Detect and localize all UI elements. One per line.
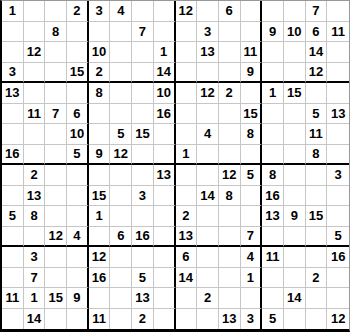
cell-r1c13[interactable]	[262, 1, 284, 22]
cell-r1c3[interactable]	[45, 1, 67, 22]
cell-r4c12[interactable]: 9	[241, 63, 263, 84]
cell-r2c11[interactable]	[219, 22, 241, 43]
cell-r13c5[interactable]: 12	[89, 247, 111, 268]
cell-r5c4[interactable]	[67, 83, 89, 104]
cell-r10c12[interactable]	[241, 186, 263, 207]
cell-r7c12[interactable]: 8	[241, 124, 263, 145]
cell-r11c5[interactable]: 1	[89, 206, 111, 227]
cell-r11c14[interactable]: 9	[284, 206, 306, 227]
cell-r6c1[interactable]	[2, 104, 24, 125]
cell-r8c7[interactable]	[132, 145, 154, 166]
cell-r1c9[interactable]: 12	[176, 1, 198, 22]
cell-r2c14[interactable]: 10	[284, 22, 306, 43]
cell-r16c5[interactable]: 11	[89, 309, 111, 330]
cell-r12c6[interactable]: 6	[110, 227, 132, 248]
cell-r4c10[interactable]	[197, 63, 219, 84]
cell-r13c15[interactable]	[306, 247, 328, 268]
cell-r16c6[interactable]	[110, 309, 132, 330]
cell-r9c12[interactable]: 5	[241, 165, 263, 186]
cell-r2c10[interactable]: 3	[197, 22, 219, 43]
cell-r14c14[interactable]	[284, 268, 306, 289]
cell-r13c13[interactable]: 11	[262, 247, 284, 268]
cell-r13c10[interactable]	[197, 247, 219, 268]
cell-r10c16[interactable]	[327, 186, 349, 207]
cell-r1c7[interactable]	[132, 1, 154, 22]
cell-r8c4[interactable]: 5	[67, 145, 89, 166]
cell-r10c8[interactable]	[154, 186, 176, 207]
cell-r4c16[interactable]	[327, 63, 349, 84]
cell-r14c11[interactable]	[219, 268, 241, 289]
cell-r8c3[interactable]	[45, 145, 67, 166]
cell-r10c10[interactable]: 14	[197, 186, 219, 207]
cell-r7c3[interactable]	[45, 124, 67, 145]
cell-r7c15[interactable]: 11	[306, 124, 328, 145]
cell-r15c11[interactable]	[219, 288, 241, 309]
cell-r13c4[interactable]	[67, 247, 89, 268]
cell-r3c6[interactable]	[110, 42, 132, 63]
cell-r1c4[interactable]: 2	[67, 1, 89, 22]
cell-r10c2[interactable]: 13	[24, 186, 46, 207]
cell-r11c1[interactable]: 5	[2, 206, 24, 227]
cell-r7c13[interactable]	[262, 124, 284, 145]
cell-r11c16[interactable]	[327, 206, 349, 227]
cell-r8c5[interactable]: 9	[89, 145, 111, 166]
cell-r11c3[interactable]	[45, 206, 67, 227]
cell-r9c10[interactable]	[197, 165, 219, 186]
cell-r12c5[interactable]	[89, 227, 111, 248]
cell-r2c15[interactable]: 6	[306, 22, 328, 43]
cell-r14c1[interactable]	[2, 268, 24, 289]
cell-r13c2[interactable]: 3	[24, 247, 46, 268]
cell-r7c11[interactable]	[219, 124, 241, 145]
cell-r14c4[interactable]	[67, 268, 89, 289]
cell-r16c14[interactable]	[284, 309, 306, 330]
cell-r7c4[interactable]: 10	[67, 124, 89, 145]
cell-r14c6[interactable]	[110, 268, 132, 289]
cell-r11c4[interactable]	[67, 206, 89, 227]
cell-r14c15[interactable]: 2	[306, 268, 328, 289]
cell-r1c12[interactable]	[241, 1, 263, 22]
cell-r2c8[interactable]	[154, 22, 176, 43]
cell-r2c2[interactable]	[24, 22, 46, 43]
cell-r16c10[interactable]	[197, 309, 219, 330]
cell-r10c4[interactable]	[67, 186, 89, 207]
cell-r9c15[interactable]	[306, 165, 328, 186]
cell-r1c10[interactable]	[197, 1, 219, 22]
cell-r6c2[interactable]: 11	[24, 104, 46, 125]
cell-r3c7[interactable]	[132, 42, 154, 63]
cell-r3c15[interactable]: 14	[306, 42, 328, 63]
cell-r16c15[interactable]	[306, 309, 328, 330]
cell-r5c7[interactable]	[132, 83, 154, 104]
cell-r10c5[interactable]: 15	[89, 186, 111, 207]
cell-r12c14[interactable]	[284, 227, 306, 248]
cell-r10c11[interactable]: 8	[219, 186, 241, 207]
cell-r3c14[interactable]	[284, 42, 306, 63]
cell-r5c10[interactable]: 12	[197, 83, 219, 104]
cell-r4c2[interactable]	[24, 63, 46, 84]
cell-r5c2[interactable]	[24, 83, 46, 104]
cell-r9c5[interactable]	[89, 165, 111, 186]
cell-r7c16[interactable]	[327, 124, 349, 145]
cell-r8c16[interactable]	[327, 145, 349, 166]
cell-r16c1[interactable]	[2, 309, 24, 330]
cell-r3c13[interactable]	[262, 42, 284, 63]
cell-r12c3[interactable]: 12	[45, 227, 67, 248]
cell-r10c1[interactable]	[2, 186, 24, 207]
cell-r3c1[interactable]	[2, 42, 24, 63]
cell-r14c2[interactable]: 7	[24, 268, 46, 289]
cell-r6c14[interactable]	[284, 104, 306, 125]
cell-r3c3[interactable]	[45, 42, 67, 63]
cell-r9c14[interactable]	[284, 165, 306, 186]
cell-r3c12[interactable]: 11	[241, 42, 263, 63]
cell-r5c8[interactable]: 10	[154, 83, 176, 104]
cell-r7c6[interactable]: 5	[110, 124, 132, 145]
cell-r11c11[interactable]	[219, 206, 241, 227]
cell-r10c7[interactable]: 3	[132, 186, 154, 207]
cell-r5c6[interactable]	[110, 83, 132, 104]
cell-r13c3[interactable]	[45, 247, 67, 268]
cell-r15c14[interactable]: 14	[284, 288, 306, 309]
cell-r4c13[interactable]	[262, 63, 284, 84]
cell-r6c11[interactable]	[219, 104, 241, 125]
cell-r15c15[interactable]	[306, 288, 328, 309]
cell-r8c12[interactable]	[241, 145, 263, 166]
cell-r7c8[interactable]	[154, 124, 176, 145]
cell-r16c3[interactable]	[45, 309, 67, 330]
cell-r1c5[interactable]: 3	[89, 1, 111, 22]
cell-r16c12[interactable]: 3	[241, 309, 263, 330]
cell-r8c2[interactable]	[24, 145, 46, 166]
cell-r4c15[interactable]: 12	[306, 63, 328, 84]
cell-r6c5[interactable]	[89, 104, 111, 125]
cell-r3c9[interactable]	[176, 42, 198, 63]
cell-r15c2[interactable]: 1	[24, 288, 46, 309]
cell-r6c9[interactable]	[176, 104, 198, 125]
cell-r5c9[interactable]	[176, 83, 198, 104]
cell-r11c12[interactable]	[241, 206, 263, 227]
cell-r13c6[interactable]	[110, 247, 132, 268]
cell-r14c16[interactable]	[327, 268, 349, 289]
cell-r5c1[interactable]: 13	[2, 83, 24, 104]
cell-r13c11[interactable]	[219, 247, 241, 268]
cell-r4c9[interactable]	[176, 63, 198, 84]
cell-r8c15[interactable]: 8	[306, 145, 328, 166]
cell-r15c10[interactable]: 2	[197, 288, 219, 309]
cell-r11c6[interactable]	[110, 206, 132, 227]
cell-r12c13[interactable]	[262, 227, 284, 248]
cell-r9c7[interactable]	[132, 165, 154, 186]
cell-r13c14[interactable]	[284, 247, 306, 268]
cell-r5c11[interactable]: 2	[219, 83, 241, 104]
cell-r11c15[interactable]: 15	[306, 206, 328, 227]
cell-r4c6[interactable]	[110, 63, 132, 84]
cell-r12c1[interactable]	[2, 227, 24, 248]
cell-r2c5[interactable]	[89, 22, 111, 43]
page: 1234126787391061112101131114315214912138…	[0, 0, 350, 332]
cell-r5c3[interactable]	[45, 83, 67, 104]
cell-r2c6[interactable]	[110, 22, 132, 43]
cell-r2c7[interactable]: 7	[132, 22, 154, 43]
cell-r9c4[interactable]	[67, 165, 89, 186]
cell-r15c9[interactable]	[176, 288, 198, 309]
cell-r9c8[interactable]: 13	[154, 165, 176, 186]
cell-r4c14[interactable]	[284, 63, 306, 84]
cell-r6c8[interactable]: 16	[154, 104, 176, 125]
cell-r6c7[interactable]	[132, 104, 154, 125]
cell-r12c8[interactable]	[154, 227, 176, 248]
cell-r11c7[interactable]	[132, 206, 154, 227]
cell-r15c13[interactable]	[262, 288, 284, 309]
cell-r4c3[interactable]	[45, 63, 67, 84]
cell-r1c1[interactable]: 1	[2, 1, 24, 22]
cell-r3c4[interactable]	[67, 42, 89, 63]
cell-r6c10[interactable]	[197, 104, 219, 125]
cell-r15c7[interactable]: 13	[132, 288, 154, 309]
cell-r15c12[interactable]	[241, 288, 263, 309]
cell-r12c10[interactable]	[197, 227, 219, 248]
cell-r13c7[interactable]	[132, 247, 154, 268]
cell-r12c2[interactable]	[24, 227, 46, 248]
cell-r9c11[interactable]: 12	[219, 165, 241, 186]
cell-r13c8[interactable]	[154, 247, 176, 268]
cell-r2c12[interactable]	[241, 22, 263, 43]
cell-r10c3[interactable]	[45, 186, 67, 207]
cell-r9c9[interactable]	[176, 165, 198, 186]
cell-r3c2[interactable]: 12	[24, 42, 46, 63]
cell-r13c9[interactable]: 6	[176, 247, 198, 268]
cell-r15c4[interactable]: 9	[67, 288, 89, 309]
cell-r9c3[interactable]	[45, 165, 67, 186]
cell-r13c12[interactable]: 4	[241, 247, 263, 268]
cell-r5c16[interactable]	[327, 83, 349, 104]
cell-r10c14[interactable]	[284, 186, 306, 207]
cell-r7c2[interactable]	[24, 124, 46, 145]
cell-r1c15[interactable]: 7	[306, 1, 328, 22]
cell-r16c7[interactable]: 2	[132, 309, 154, 330]
cell-r9c2[interactable]: 2	[24, 165, 46, 186]
cell-r2c13[interactable]: 9	[262, 22, 284, 43]
cell-r15c3[interactable]: 15	[45, 288, 67, 309]
cell-r11c8[interactable]	[154, 206, 176, 227]
cell-r1c6[interactable]: 4	[110, 1, 132, 22]
cell-r16c16[interactable]: 12	[327, 309, 349, 330]
cell-r14c12[interactable]: 1	[241, 268, 263, 289]
cell-r6c12[interactable]: 15	[241, 104, 263, 125]
cell-r8c6[interactable]: 12	[110, 145, 132, 166]
cell-r2c1[interactable]	[2, 22, 24, 43]
cell-r12c16[interactable]: 5	[327, 227, 349, 248]
cell-r6c13[interactable]	[262, 104, 284, 125]
cell-r12c12[interactable]: 7	[241, 227, 263, 248]
cell-r2c9[interactable]	[176, 22, 198, 43]
cell-r5c15[interactable]	[306, 83, 328, 104]
cell-r11c13[interactable]: 13	[262, 206, 284, 227]
cell-r12c7[interactable]: 16	[132, 227, 154, 248]
cell-r7c7[interactable]: 15	[132, 124, 154, 145]
cell-r9c1[interactable]	[2, 165, 24, 186]
cell-r14c13[interactable]	[262, 268, 284, 289]
cell-r11c2[interactable]: 8	[24, 206, 46, 227]
cell-r1c2[interactable]	[24, 1, 46, 22]
cell-r15c6[interactable]	[110, 288, 132, 309]
cell-r2c4[interactable]	[67, 22, 89, 43]
cell-r2c3[interactable]: 8	[45, 22, 67, 43]
cell-r14c10[interactable]	[197, 268, 219, 289]
cell-r15c8[interactable]	[154, 288, 176, 309]
cell-r10c9[interactable]	[176, 186, 198, 207]
cell-r10c6[interactable]	[110, 186, 132, 207]
cell-r2c16[interactable]: 11	[327, 22, 349, 43]
cell-r11c9[interactable]: 2	[176, 206, 198, 227]
cell-r4c5[interactable]: 2	[89, 63, 111, 84]
cell-r5c13[interactable]: 1	[262, 83, 284, 104]
cell-r14c8[interactable]	[154, 268, 176, 289]
cell-r9c16[interactable]: 3	[327, 165, 349, 186]
cell-r12c4[interactable]: 4	[67, 227, 89, 248]
cell-r12c11[interactable]	[219, 227, 241, 248]
cell-r10c15[interactable]	[306, 186, 328, 207]
cell-r14c7[interactable]: 5	[132, 268, 154, 289]
cell-r3c8[interactable]: 1	[154, 42, 176, 63]
cell-r16c9[interactable]	[176, 309, 198, 330]
cell-r8c14[interactable]	[284, 145, 306, 166]
cell-r16c13[interactable]: 5	[262, 309, 284, 330]
cell-r4c11[interactable]	[219, 63, 241, 84]
cell-r16c8[interactable]	[154, 309, 176, 330]
cell-r7c10[interactable]: 4	[197, 124, 219, 145]
cell-r7c9[interactable]	[176, 124, 198, 145]
cell-r9c6[interactable]	[110, 165, 132, 186]
cell-r6c4[interactable]: 6	[67, 104, 89, 125]
cell-r9c13[interactable]: 8	[262, 165, 284, 186]
cell-r1c16[interactable]	[327, 1, 349, 22]
cell-r16c2[interactable]: 14	[24, 309, 46, 330]
cell-r1c14[interactable]	[284, 1, 306, 22]
cell-r7c1[interactable]	[2, 124, 24, 145]
cell-r1c8[interactable]	[154, 1, 176, 22]
cell-r12c15[interactable]	[306, 227, 328, 248]
cell-r12c9[interactable]: 13	[176, 227, 198, 248]
cell-r8c9[interactable]: 1	[176, 145, 198, 166]
cell-r13c16[interactable]: 16	[327, 247, 349, 268]
cell-r16c4[interactable]	[67, 309, 89, 330]
cell-r6c3[interactable]: 7	[45, 104, 67, 125]
cell-r6c15[interactable]: 5	[306, 104, 328, 125]
cell-r1c11[interactable]: 6	[219, 1, 241, 22]
cell-r6c6[interactable]	[110, 104, 132, 125]
cell-r3c16[interactable]	[327, 42, 349, 63]
cell-r8c1[interactable]: 16	[2, 145, 24, 166]
cell-r8c8[interactable]	[154, 145, 176, 166]
cell-r3c11[interactable]	[219, 42, 241, 63]
cell-r7c5[interactable]	[89, 124, 111, 145]
cell-r15c16[interactable]	[327, 288, 349, 309]
cell-r5c12[interactable]	[241, 83, 263, 104]
cell-r8c10[interactable]	[197, 145, 219, 166]
cell-r3c10[interactable]: 13	[197, 42, 219, 63]
cell-r5c14[interactable]: 15	[284, 83, 306, 104]
cell-r4c7[interactable]	[132, 63, 154, 84]
cell-r4c1[interactable]: 3	[2, 63, 24, 84]
cell-r6c16[interactable]: 13	[327, 104, 349, 125]
cell-r10c13[interactable]: 16	[262, 186, 284, 207]
sudoku-board: 1234126787391061112101131114315214912138…	[0, 0, 350, 332]
cell-r14c5[interactable]: 16	[89, 268, 111, 289]
cell-r8c13[interactable]	[262, 145, 284, 166]
cell-r8c11[interactable]	[219, 145, 241, 166]
cell-r5c5[interactable]: 8	[89, 83, 111, 104]
cell-r15c5[interactable]	[89, 288, 111, 309]
cell-r14c3[interactable]	[45, 268, 67, 289]
cell-r13c1[interactable]	[2, 247, 24, 268]
cell-r14c9[interactable]: 14	[176, 268, 198, 289]
cell-r15c1[interactable]: 11	[2, 288, 24, 309]
cell-r3c5[interactable]: 10	[89, 42, 111, 63]
cell-r7c14[interactable]	[284, 124, 306, 145]
cell-r16c11[interactable]: 13	[219, 309, 241, 330]
cell-r4c4[interactable]: 15	[67, 63, 89, 84]
cell-r11c10[interactable]	[197, 206, 219, 227]
cell-r4c8[interactable]: 14	[154, 63, 176, 84]
